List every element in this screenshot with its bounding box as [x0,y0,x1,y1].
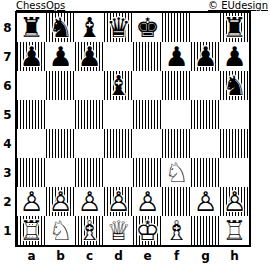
square-g1[interactable] [191,216,220,245]
piece-black-pawn-g7[interactable]: ♟ [191,42,220,71]
square-e1[interactable]: ♚♔ [133,216,162,245]
piece-glyph: ♝ [77,13,101,42]
piece-white-pawn-d2[interactable]: ♟♙ [104,187,133,216]
piece-glyph: ♙ [193,187,217,216]
square-b5[interactable] [46,100,75,129]
square-c4[interactable] [75,129,104,158]
piece-black-pawn-b7[interactable]: ♟ [46,42,75,71]
square-d8[interactable]: ♛ [104,13,133,42]
piece-glyph: ♖ [222,216,246,245]
square-a5[interactable] [17,100,46,129]
piece-white-knight-f3[interactable]: ♞♘ [162,158,191,187]
square-a6[interactable] [17,71,46,100]
piece-glyph: ♗ [164,216,188,245]
piece-glyph: ♕ [106,216,130,245]
square-d3[interactable] [104,158,133,187]
piece-white-knight-b1[interactable]: ♞♘ [46,216,75,245]
file-label-h: h [220,249,249,263]
square-a2[interactable]: ♟♙ [17,187,46,216]
square-c6[interactable] [75,71,104,100]
piece-white-pawn-a2[interactable]: ♟♙ [17,187,46,216]
square-f1[interactable]: ♝♗ [162,216,191,245]
piece-black-queen-d8[interactable]: ♛ [104,13,133,42]
piece-glyph: ♘ [164,158,188,187]
piece-black-pawn-a7[interactable]: ♟ [17,42,46,71]
square-d6[interactable]: ♝ [104,71,133,100]
square-h3[interactable] [220,158,249,187]
piece-glyph: ♟ [48,42,72,71]
piece-glyph: ♟ [164,42,188,71]
file-label-a: a [17,249,46,263]
file-labels: abcdefgh [17,249,249,263]
square-a4[interactable] [17,129,46,158]
square-h5[interactable] [220,100,249,129]
square-h1[interactable]: ♜♖ [220,216,249,245]
square-g6[interactable] [191,71,220,100]
square-d2[interactable]: ♟♙ [104,187,133,216]
screenshot-root: { "header": { "app_title": "ChessOps", "… [0,0,270,270]
square-b8[interactable]: ♞ [46,13,75,42]
rank-label-4: 4 [0,129,15,158]
square-b2[interactable]: ♟♙ [46,187,75,216]
square-a8[interactable]: ♜ [17,13,46,42]
square-e5[interactable] [133,100,162,129]
piece-white-pawn-e2[interactable]: ♟♙ [133,187,162,216]
square-g5[interactable] [191,100,220,129]
square-f2[interactable] [162,187,191,216]
square-c2[interactable]: ♟♙ [75,187,104,216]
piece-glyph: ♙ [19,187,43,216]
credit-link[interactable]: © EUdesign [208,0,268,11]
piece-black-knight-h6[interactable]: ♞ [220,71,249,100]
piece-glyph: ♙ [106,187,130,216]
file-label-f: f [162,249,191,263]
square-h2[interactable]: ♟♙ [220,187,249,216]
square-e8[interactable]: ♚ [133,13,162,42]
square-c5[interactable] [75,100,104,129]
piece-white-bishop-c1[interactable]: ♝♗ [75,216,104,245]
square-c8[interactable]: ♝ [75,13,104,42]
square-c3[interactable] [75,158,104,187]
piece-glyph: ♟ [193,42,217,71]
square-h7[interactable]: ♟ [220,42,249,71]
rank-labels: 87654321 [0,13,15,245]
piece-glyph: ♟ [77,42,101,71]
piece-black-pawn-h7[interactable]: ♟ [220,42,249,71]
piece-black-king-e8[interactable]: ♚ [133,13,162,42]
piece-glyph: ♛ [106,13,130,42]
piece-glyph: ♟ [222,42,246,71]
rank-label-5: 5 [0,100,15,129]
square-a7[interactable]: ♟ [17,42,46,71]
piece-glyph: ♘ [48,216,72,245]
rank-label-2: 2 [0,187,15,216]
square-g4[interactable] [191,129,220,158]
piece-white-rook-h1[interactable]: ♜♖ [220,216,249,245]
square-e2[interactable]: ♟♙ [133,187,162,216]
square-f7[interactable]: ♟ [162,42,191,71]
piece-black-bishop-c8[interactable]: ♝ [75,13,104,42]
piece-glyph: ♜ [19,13,43,42]
piece-black-rook-h8[interactable]: ♜ [220,13,249,42]
square-g2[interactable]: ♟♙ [191,187,220,216]
square-f3[interactable]: ♞♘ [162,158,191,187]
chess-board: ♜♞♝♛♚♜♟♟♟♟♟♟♝♞♞♘♟♙♟♙♟♙♟♙♟♙♟♙♟♙♜♖♞♘♝♗♛♕♚♔… [15,11,251,247]
piece-glyph: ♗ [77,216,101,245]
square-b7[interactable]: ♟ [46,42,75,71]
rank-label-7: 7 [0,42,15,71]
piece-glyph: ♝ [106,71,130,100]
square-b4[interactable] [46,129,75,158]
square-e6[interactable] [133,71,162,100]
piece-glyph: ♙ [135,187,159,216]
rank-label-1: 1 [0,216,15,245]
piece-glyph: ♙ [48,187,72,216]
rank-label-8: 8 [0,13,15,42]
piece-black-rook-a8[interactable]: ♜ [17,13,46,42]
square-h4[interactable] [220,129,249,158]
square-a3[interactable] [17,158,46,187]
piece-glyph: ♙ [77,187,101,216]
square-d4[interactable] [104,129,133,158]
piece-white-pawn-c2[interactable]: ♟♙ [75,187,104,216]
file-label-e: e [133,249,162,263]
square-f8[interactable] [162,13,191,42]
square-g3[interactable] [191,158,220,187]
rank-label-3: 3 [0,158,15,187]
square-c7[interactable]: ♟ [75,42,104,71]
square-h8[interactable]: ♜ [220,13,249,42]
file-label-g: g [191,249,220,263]
square-f4[interactable] [162,129,191,158]
piece-black-pawn-f7[interactable]: ♟ [162,42,191,71]
piece-glyph: ♖ [19,216,43,245]
file-label-d: d [104,249,133,263]
piece-black-pawn-c7[interactable]: ♟ [75,42,104,71]
square-a1[interactable]: ♜♖ [17,216,46,245]
square-c1[interactable]: ♝♗ [75,216,104,245]
piece-glyph: ♚ [135,13,159,42]
piece-white-pawn-b2[interactable]: ♟♙ [46,187,75,216]
square-h6[interactable]: ♞ [220,71,249,100]
piece-glyph: ♙ [222,187,246,216]
piece-white-queen-d1[interactable]: ♛♕ [104,216,133,245]
piece-white-rook-a1[interactable]: ♜♖ [17,216,46,245]
square-b6[interactable] [46,71,75,100]
piece-white-pawn-g2[interactable]: ♟♙ [191,187,220,216]
square-e4[interactable] [133,129,162,158]
square-e3[interactable] [133,158,162,187]
piece-glyph: ♞ [48,13,72,42]
square-g8[interactable] [191,13,220,42]
square-f6[interactable] [162,71,191,100]
piece-white-pawn-h2[interactable]: ♟♙ [220,187,249,216]
file-label-c: c [75,249,104,263]
piece-glyph: ♜ [222,13,246,42]
piece-glyph: ♟ [19,42,43,71]
square-d7[interactable] [104,42,133,71]
square-d1[interactable]: ♛♕ [104,216,133,245]
square-f5[interactable] [162,100,191,129]
piece-white-king-e1[interactable]: ♚♔ [133,216,162,245]
file-label-b: b [46,249,75,263]
square-d5[interactable] [104,100,133,129]
square-e7[interactable] [133,42,162,71]
piece-black-knight-b8[interactable]: ♞ [46,13,75,42]
square-g7[interactable]: ♟ [191,42,220,71]
piece-glyph: ♞ [222,71,246,100]
piece-glyph: ♔ [135,216,159,245]
app-title-link[interactable]: ChessOps [16,0,65,11]
square-b3[interactable] [46,158,75,187]
piece-white-bishop-f1[interactable]: ♝♗ [162,216,191,245]
piece-black-bishop-d6[interactable]: ♝ [104,71,133,100]
square-b1[interactable]: ♞♘ [46,216,75,245]
rank-label-6: 6 [0,71,15,100]
